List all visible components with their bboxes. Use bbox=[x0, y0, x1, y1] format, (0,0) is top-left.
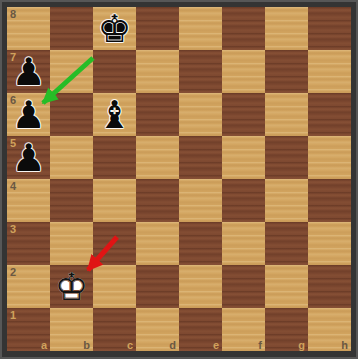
square-d3[interactable] bbox=[136, 222, 179, 265]
square-b4[interactable] bbox=[50, 179, 93, 222]
square-b5[interactable] bbox=[50, 136, 93, 179]
square-g7[interactable] bbox=[265, 50, 308, 93]
square-f3[interactable] bbox=[222, 222, 265, 265]
black-pawn[interactable]: ♟ bbox=[7, 136, 50, 179]
square-d6[interactable] bbox=[136, 93, 179, 136]
square-b8[interactable] bbox=[50, 7, 93, 50]
square-h6[interactable] bbox=[308, 93, 351, 136]
square-d2[interactable] bbox=[136, 265, 179, 308]
rank-label-4: 4 bbox=[10, 180, 16, 192]
square-d4[interactable] bbox=[136, 179, 179, 222]
square-c2[interactable] bbox=[93, 265, 136, 308]
rank-label-8: 8 bbox=[10, 8, 16, 20]
square-a7[interactable]: 7♟ bbox=[7, 50, 50, 93]
file-label-h: h bbox=[341, 339, 348, 351]
square-h3[interactable] bbox=[308, 222, 351, 265]
chess-board-frame: 8♚7♟6♟♝5♟432♚♔1abcdefgh bbox=[0, 0, 358, 359]
square-h8[interactable] bbox=[308, 7, 351, 50]
square-c8[interactable]: ♚ bbox=[93, 7, 136, 50]
square-e1[interactable]: e bbox=[179, 308, 222, 351]
square-b7[interactable] bbox=[50, 50, 93, 93]
square-c7[interactable] bbox=[93, 50, 136, 93]
square-h7[interactable] bbox=[308, 50, 351, 93]
square-d1[interactable]: d bbox=[136, 308, 179, 351]
square-b3[interactable] bbox=[50, 222, 93, 265]
square-f8[interactable] bbox=[222, 7, 265, 50]
chess-board: 8♚7♟6♟♝5♟432♚♔1abcdefgh bbox=[7, 7, 351, 351]
square-g8[interactable] bbox=[265, 7, 308, 50]
square-f2[interactable] bbox=[222, 265, 265, 308]
file-label-a: a bbox=[41, 339, 47, 351]
square-g4[interactable] bbox=[265, 179, 308, 222]
file-label-f: f bbox=[258, 339, 262, 351]
black-king[interactable]: ♚ bbox=[93, 7, 136, 50]
square-a1[interactable]: 1a bbox=[7, 308, 50, 351]
square-f6[interactable] bbox=[222, 93, 265, 136]
square-c4[interactable] bbox=[93, 179, 136, 222]
square-e5[interactable] bbox=[179, 136, 222, 179]
rank-label-2: 2 bbox=[10, 266, 16, 278]
square-c5[interactable] bbox=[93, 136, 136, 179]
file-label-c: c bbox=[127, 339, 133, 351]
file-label-d: d bbox=[169, 339, 176, 351]
square-g3[interactable] bbox=[265, 222, 308, 265]
white-king-outline: ♔ bbox=[50, 265, 93, 308]
square-c3[interactable] bbox=[93, 222, 136, 265]
square-h5[interactable] bbox=[308, 136, 351, 179]
file-label-b: b bbox=[83, 339, 90, 351]
square-g1[interactable]: g bbox=[265, 308, 308, 351]
square-h4[interactable] bbox=[308, 179, 351, 222]
square-h2[interactable] bbox=[308, 265, 351, 308]
square-e7[interactable] bbox=[179, 50, 222, 93]
square-d5[interactable] bbox=[136, 136, 179, 179]
square-f7[interactable] bbox=[222, 50, 265, 93]
square-d8[interactable] bbox=[136, 7, 179, 50]
square-b2[interactable]: ♚♔ bbox=[50, 265, 93, 308]
square-d7[interactable] bbox=[136, 50, 179, 93]
square-a6[interactable]: 6♟ bbox=[7, 93, 50, 136]
square-f1[interactable]: f bbox=[222, 308, 265, 351]
square-b1[interactable]: b bbox=[50, 308, 93, 351]
black-pawn[interactable]: ♟ bbox=[7, 50, 50, 93]
square-c6[interactable]: ♝ bbox=[93, 93, 136, 136]
square-f4[interactable] bbox=[222, 179, 265, 222]
rank-label-3: 3 bbox=[10, 223, 16, 235]
rank-label-1: 1 bbox=[10, 309, 16, 321]
square-e2[interactable] bbox=[179, 265, 222, 308]
square-g6[interactable] bbox=[265, 93, 308, 136]
square-a5[interactable]: 5♟ bbox=[7, 136, 50, 179]
square-e4[interactable] bbox=[179, 179, 222, 222]
black-bishop[interactable]: ♝ bbox=[93, 93, 136, 136]
square-g2[interactable] bbox=[265, 265, 308, 308]
square-e8[interactable] bbox=[179, 7, 222, 50]
square-c1[interactable]: c bbox=[93, 308, 136, 351]
square-a3[interactable]: 3 bbox=[7, 222, 50, 265]
square-e3[interactable] bbox=[179, 222, 222, 265]
square-g5[interactable] bbox=[265, 136, 308, 179]
square-a8[interactable]: 8 bbox=[7, 7, 50, 50]
square-a4[interactable]: 4 bbox=[7, 179, 50, 222]
file-label-g: g bbox=[298, 339, 305, 351]
black-pawn[interactable]: ♟ bbox=[7, 93, 50, 136]
square-a2[interactable]: 2 bbox=[7, 265, 50, 308]
file-label-e: e bbox=[213, 339, 219, 351]
square-h1[interactable]: h bbox=[308, 308, 351, 351]
square-b6[interactable] bbox=[50, 93, 93, 136]
square-e6[interactable] bbox=[179, 93, 222, 136]
square-f5[interactable] bbox=[222, 136, 265, 179]
